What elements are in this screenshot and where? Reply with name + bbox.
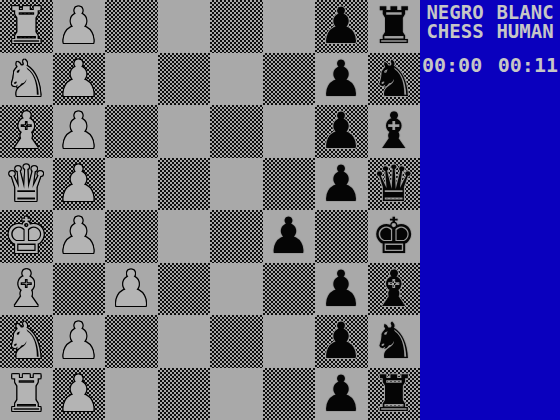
square-c3[interactable] [105,105,158,158]
square-a4[interactable] [158,0,211,53]
square-a2[interactable]: ♟ [53,0,106,53]
black-pawn: ♟ [266,210,311,263]
chess-board: ♜♟♟♜♞♟♟♞♝♟♟♝♛♟♟♛♚♟♟♚♝♟♟♝♞♟♟♞♜♟♟♜ [0,0,420,420]
square-c7[interactable]: ♟ [315,105,368,158]
white-player-name: HUMAN [490,22,560,41]
square-h2[interactable]: ♟ [53,368,106,420]
square-b2[interactable]: ♟ [53,53,106,106]
square-d3[interactable] [105,158,158,211]
square-e7[interactable] [315,210,368,263]
square-f6[interactable] [263,263,316,316]
white-rook: ♜ [4,368,49,420]
square-a5[interactable] [210,0,263,53]
black-knight: ♞ [371,53,416,106]
black-pawn: ♟ [319,0,364,53]
black-pawn: ♟ [319,158,364,211]
clocks-row: 00:00 00:11 [420,54,560,76]
square-h3[interactable] [105,368,158,420]
square-b4[interactable] [158,53,211,106]
square-a6[interactable] [263,0,316,53]
square-c4[interactable] [158,105,211,158]
square-e5[interactable] [210,210,263,263]
black-queen: ♛ [371,158,416,211]
player-names-row: CHESS HUMAN [420,22,560,41]
square-h7[interactable]: ♟ [315,368,368,420]
game-screen: ♜♟♟♜♞♟♟♞♝♟♟♝♛♟♟♛♚♟♟♚♝♟♟♝♞♟♟♞♜♟♟♜ NEGRO B… [0,0,560,420]
square-c1[interactable]: ♝ [0,105,53,158]
square-g2[interactable]: ♟ [53,315,106,368]
square-e6[interactable]: ♟ [263,210,316,263]
square-g6[interactable] [263,315,316,368]
square-b3[interactable] [105,53,158,106]
black-pawn: ♟ [319,368,364,420]
square-c5[interactable] [210,105,263,158]
white-clock: 00:11 [498,54,558,76]
square-f4[interactable] [158,263,211,316]
square-f3[interactable]: ♟ [105,263,158,316]
square-f5[interactable] [210,263,263,316]
square-d1[interactable]: ♛ [0,158,53,211]
black-clock: 00:00 [422,54,482,76]
square-b7[interactable]: ♟ [315,53,368,106]
white-queen: ♛ [4,158,49,211]
square-b6[interactable] [263,53,316,106]
square-g3[interactable] [105,315,158,368]
square-e4[interactable] [158,210,211,263]
black-pawn: ♟ [319,263,364,316]
square-e8[interactable]: ♚ [368,210,421,263]
white-pawn: ♟ [56,368,101,420]
square-h8[interactable]: ♜ [368,368,421,420]
white-pawn: ♟ [56,53,101,106]
white-knight: ♞ [4,53,49,106]
black-bishop: ♝ [371,105,416,158]
square-a3[interactable] [105,0,158,53]
black-player-name: CHESS [420,22,490,41]
black-pawn: ♟ [319,315,364,368]
square-h1[interactable]: ♜ [0,368,53,420]
square-d7[interactable]: ♟ [315,158,368,211]
square-d4[interactable] [158,158,211,211]
square-a7[interactable]: ♟ [315,0,368,53]
square-e2[interactable]: ♟ [53,210,106,263]
black-king: ♚ [371,210,416,263]
black-pawn: ♟ [319,105,364,158]
square-b8[interactable]: ♞ [368,53,421,106]
white-pawn: ♟ [56,105,101,158]
square-d8[interactable]: ♛ [368,158,421,211]
square-g5[interactable] [210,315,263,368]
square-h6[interactable] [263,368,316,420]
square-g7[interactable]: ♟ [315,315,368,368]
white-knight: ♞ [4,315,49,368]
square-h4[interactable] [158,368,211,420]
square-c8[interactable]: ♝ [368,105,421,158]
square-h5[interactable] [210,368,263,420]
square-g8[interactable]: ♞ [368,315,421,368]
square-b1[interactable]: ♞ [0,53,53,106]
square-f1[interactable]: ♝ [0,263,53,316]
white-pawn: ♟ [56,315,101,368]
square-g4[interactable] [158,315,211,368]
square-e3[interactable] [105,210,158,263]
black-rook: ♜ [371,0,416,53]
square-d2[interactable]: ♟ [53,158,106,211]
info-panel: NEGRO BLANC CHESS HUMAN 00:00 00:11 [420,0,560,420]
square-a8[interactable]: ♜ [368,0,421,53]
square-c6[interactable] [263,105,316,158]
square-f7[interactable]: ♟ [315,263,368,316]
white-rook: ♜ [4,0,49,53]
white-bishop: ♝ [4,263,49,316]
white-pawn: ♟ [56,158,101,211]
square-f8[interactable]: ♝ [368,263,421,316]
white-pawn: ♟ [56,0,101,53]
square-d5[interactable] [210,158,263,211]
square-b5[interactable] [210,53,263,106]
black-pawn: ♟ [319,53,364,106]
white-pawn: ♟ [109,263,154,316]
square-a1[interactable]: ♜ [0,0,53,53]
black-rook: ♜ [371,368,416,420]
black-knight: ♞ [371,315,416,368]
square-f2[interactable] [53,263,106,316]
white-king: ♚ [4,210,49,263]
white-bishop: ♝ [4,105,49,158]
white-pawn: ♟ [56,210,101,263]
square-e1[interactable]: ♚ [0,210,53,263]
square-g1[interactable]: ♞ [0,315,53,368]
square-c2[interactable]: ♟ [53,105,106,158]
black-bishop: ♝ [371,263,416,316]
square-d6[interactable] [263,158,316,211]
